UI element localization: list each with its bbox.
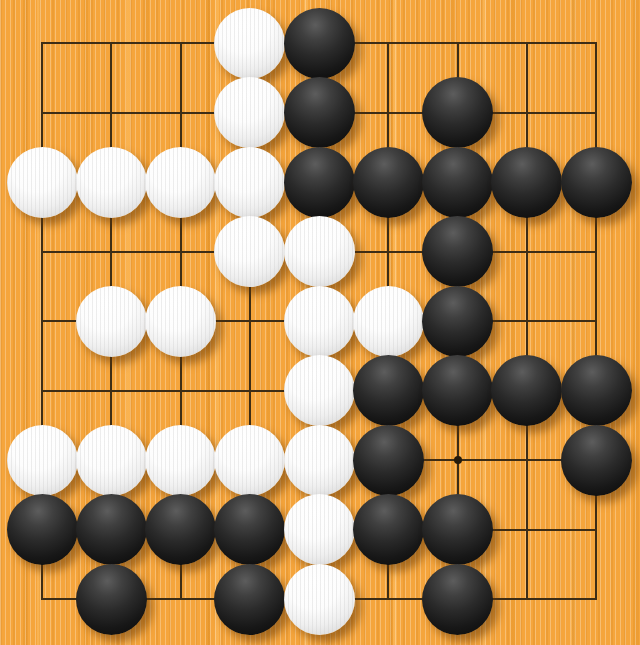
white-stone-E3 [284, 425, 355, 496]
white-stone-A7 [7, 147, 78, 218]
black-stone-E7 [284, 147, 355, 218]
black-stone-E9 [284, 8, 355, 79]
black-stone-B1 [76, 564, 147, 635]
white-stone-D7 [214, 147, 285, 218]
grid-line-vertical [526, 42, 528, 600]
black-stone-F2 [353, 494, 424, 565]
black-stone-H7 [491, 147, 562, 218]
white-stone-D9 [214, 8, 285, 79]
white-stone-D6 [214, 216, 285, 287]
black-stone-G1 [422, 564, 493, 635]
grid-line-vertical [595, 42, 597, 600]
go-app-stage [0, 0, 640, 645]
black-stone-F4 [353, 355, 424, 426]
black-stone-H4 [491, 355, 562, 426]
white-stone-E6 [284, 216, 355, 287]
black-stone-G4 [422, 355, 493, 426]
white-stone-B7 [76, 147, 147, 218]
white-stone-A3 [7, 425, 78, 496]
black-stone-J3 [561, 425, 632, 496]
black-stone-B2 [76, 494, 147, 565]
black-stone-C2 [145, 494, 216, 565]
go-board[interactable] [0, 0, 640, 645]
black-stone-G7 [422, 147, 493, 218]
white-stone-C7 [145, 147, 216, 218]
black-stone-J4 [561, 355, 632, 426]
white-stone-C3 [145, 425, 216, 496]
white-stone-E2 [284, 494, 355, 565]
white-stone-D8 [214, 77, 285, 148]
black-stone-G8 [422, 77, 493, 148]
black-stone-D1 [214, 564, 285, 635]
white-stone-D3 [214, 425, 285, 496]
black-stone-F3 [353, 425, 424, 496]
black-stone-G2 [422, 494, 493, 565]
black-stone-G6 [422, 216, 493, 287]
black-stone-F7 [353, 147, 424, 218]
white-stone-B5 [76, 286, 147, 357]
black-stone-J7 [561, 147, 632, 218]
black-stone-E8 [284, 77, 355, 148]
white-stone-B3 [76, 425, 147, 496]
white-stone-E4 [284, 355, 355, 426]
white-stone-C5 [145, 286, 216, 357]
black-stone-G5 [422, 286, 493, 357]
white-stone-F5 [353, 286, 424, 357]
black-stone-A2 [7, 494, 78, 565]
white-stone-E5 [284, 286, 355, 357]
star-point [454, 456, 462, 464]
black-stone-D2 [214, 494, 285, 565]
white-stone-E1 [284, 564, 355, 635]
